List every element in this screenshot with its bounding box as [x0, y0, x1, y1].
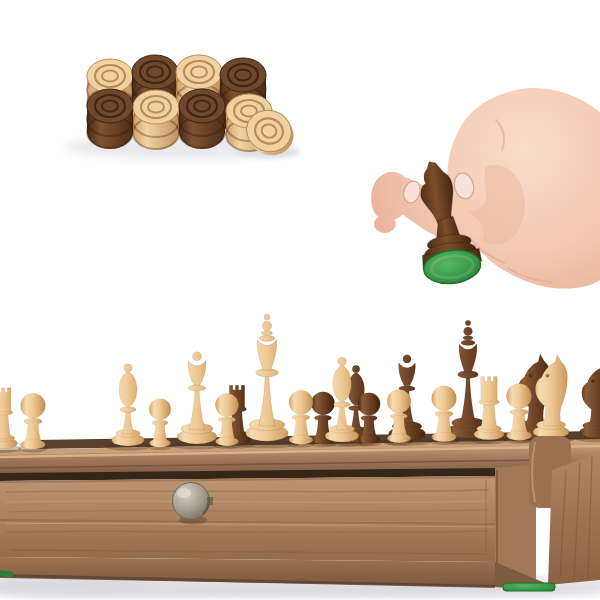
ring-fingertip [374, 215, 396, 233]
chess-box [0, 436, 600, 591]
photo-canvas [0, 0, 600, 600]
light-pawn [432, 386, 457, 442]
drawer-front[interactable] [0, 476, 495, 562]
dark-pawn [358, 393, 380, 444]
chess-set-product-photo [0, 0, 600, 600]
dark-checker-stack [87, 89, 133, 149]
light-pawn [21, 393, 46, 449]
light-pawn [215, 393, 238, 445]
light-pawn [289, 390, 313, 444]
felt-foot-right [503, 583, 555, 591]
dark-checker-stack [179, 89, 225, 149]
box-end-panel [548, 452, 600, 585]
light-pawn [149, 398, 171, 447]
light-checker-stack [133, 90, 179, 150]
light-pawn [387, 389, 411, 442]
light-pawn [506, 383, 531, 440]
